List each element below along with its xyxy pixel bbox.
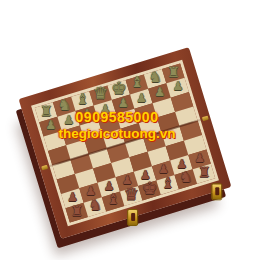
- piece-copper-pawn: ♟: [85, 185, 96, 197]
- piece-brass-pawn: ♟: [135, 91, 146, 103]
- piece-brass-rook: ♜: [166, 64, 179, 78]
- piece-brass-bishop: ♝: [130, 75, 143, 90]
- piece-brass-king: ♚: [110, 79, 125, 96]
- piece-copper-pawn: ♟: [176, 157, 187, 169]
- watermark-phone: 0909585000: [0, 109, 234, 125]
- piece-brass-bishop: ♝: [75, 92, 88, 107]
- gold-clasp-right: [211, 183, 222, 200]
- product-photo: ♜♞♝♛♚♝♞♜♟♟♟♟♟♟♟♟♟♟♟♟♟♟♟♟♜♞♝♛♚♝♞♜ 0909585…: [0, 0, 260, 260]
- piece-copper-bishop: ♝: [106, 192, 119, 207]
- piece-copper-rook: ♜: [70, 204, 83, 218]
- piece-copper-pawn: ♟: [121, 174, 132, 186]
- piece-brass-queen: ♛: [92, 85, 107, 102]
- piece-brass-knight: ♞: [148, 69, 161, 84]
- watermark-website: thegioicotuong.vn: [0, 126, 234, 141]
- piece-brass-pawn: ♟: [154, 86, 165, 98]
- piece-brass-pawn: ♟: [172, 80, 183, 92]
- clasp-buckle-icon: [131, 213, 135, 221]
- piece-copper-knight: ♞: [88, 198, 101, 213]
- piece-copper-pawn: ♟: [103, 180, 114, 192]
- piece-copper-pawn: ♟: [139, 168, 150, 180]
- watermark: 0909585000 thegioicotuong.vn: [0, 109, 234, 141]
- piece-copper-pawn: ♟: [66, 191, 77, 203]
- gold-clasp-left: [128, 209, 139, 226]
- chess-box: ♜♞♝♛♚♝♞♜♟♟♟♟♟♟♟♟♟♟♟♟♟♟♟♟♜♞♝♛♚♝♞♜: [19, 47, 232, 239]
- piece-copper-rook: ♜: [197, 165, 210, 179]
- piece-copper-pawn: ♟: [194, 152, 205, 164]
- piece-copper-bishop: ♝: [160, 175, 173, 190]
- piece-copper-pawn: ♟: [157, 163, 168, 175]
- hinge-icon: [41, 165, 48, 171]
- piece-brass-pawn: ♟: [117, 97, 128, 109]
- piece-copper-knight: ♞: [178, 170, 191, 185]
- board-frame: ♜♞♝♛♚♝♞♜♟♟♟♟♟♟♟♟♟♟♟♟♟♟♟♟♜♞♝♛♚♝♞♜: [19, 47, 232, 239]
- clasp-buckle-icon: [214, 187, 218, 195]
